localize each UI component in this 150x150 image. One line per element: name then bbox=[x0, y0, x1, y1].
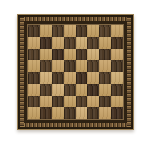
border-inlay-left bbox=[20, 17, 24, 127]
square-b3[interactable] bbox=[40, 84, 52, 96]
square-c4[interactable] bbox=[52, 72, 64, 84]
square-h2[interactable] bbox=[111, 96, 123, 108]
square-c2[interactable] bbox=[52, 96, 64, 108]
square-g7[interactable] bbox=[99, 37, 111, 49]
chess-board[interactable] bbox=[17, 14, 134, 130]
square-h1[interactable] bbox=[111, 107, 123, 119]
square-a5[interactable] bbox=[28, 60, 40, 72]
square-e1[interactable] bbox=[76, 107, 88, 119]
square-c7[interactable] bbox=[52, 37, 64, 49]
square-b7[interactable] bbox=[40, 37, 52, 49]
square-g4[interactable] bbox=[99, 72, 111, 84]
square-h5[interactable] bbox=[111, 60, 123, 72]
square-f8[interactable] bbox=[87, 25, 99, 37]
square-g2[interactable] bbox=[99, 96, 111, 108]
square-e2[interactable] bbox=[76, 96, 88, 108]
square-a6[interactable] bbox=[28, 49, 40, 61]
square-g6[interactable] bbox=[99, 49, 111, 61]
square-b5[interactable] bbox=[40, 60, 52, 72]
square-c1[interactable] bbox=[52, 107, 64, 119]
border-inlay-bottom bbox=[20, 123, 131, 127]
square-g8[interactable] bbox=[99, 25, 111, 37]
square-f6[interactable] bbox=[87, 49, 99, 61]
square-f1[interactable] bbox=[87, 107, 99, 119]
photo-background bbox=[0, 0, 150, 150]
board-squares[interactable] bbox=[27, 24, 124, 120]
square-b2[interactable] bbox=[40, 96, 52, 108]
square-h4[interactable] bbox=[111, 72, 123, 84]
square-f5[interactable] bbox=[87, 60, 99, 72]
square-d1[interactable] bbox=[64, 107, 76, 119]
border-inlay-top bbox=[20, 17, 131, 21]
square-f2[interactable] bbox=[87, 96, 99, 108]
square-c8[interactable] bbox=[52, 25, 64, 37]
square-g3[interactable] bbox=[99, 84, 111, 96]
square-f7[interactable] bbox=[87, 37, 99, 49]
square-c3[interactable] bbox=[52, 84, 64, 96]
square-b4[interactable] bbox=[40, 72, 52, 84]
square-c6[interactable] bbox=[52, 49, 64, 61]
square-c5[interactable] bbox=[52, 60, 64, 72]
square-b1[interactable] bbox=[40, 107, 52, 119]
square-e4[interactable] bbox=[76, 72, 88, 84]
square-d2[interactable] bbox=[64, 96, 76, 108]
square-b8[interactable] bbox=[40, 25, 52, 37]
square-a8[interactable] bbox=[28, 25, 40, 37]
square-a3[interactable] bbox=[28, 84, 40, 96]
square-e6[interactable] bbox=[76, 49, 88, 61]
square-g5[interactable] bbox=[99, 60, 111, 72]
square-f3[interactable] bbox=[87, 84, 99, 96]
square-d5[interactable] bbox=[64, 60, 76, 72]
square-d8[interactable] bbox=[64, 25, 76, 37]
square-h7[interactable] bbox=[111, 37, 123, 49]
square-d3[interactable] bbox=[64, 84, 76, 96]
square-e7[interactable] bbox=[76, 37, 88, 49]
square-h8[interactable] bbox=[111, 25, 123, 37]
square-g1[interactable] bbox=[99, 107, 111, 119]
square-a1[interactable] bbox=[28, 107, 40, 119]
square-h6[interactable] bbox=[111, 49, 123, 61]
square-a2[interactable] bbox=[28, 96, 40, 108]
square-e8[interactable] bbox=[76, 25, 88, 37]
square-e5[interactable] bbox=[76, 60, 88, 72]
square-d6[interactable] bbox=[64, 49, 76, 61]
square-h3[interactable] bbox=[111, 84, 123, 96]
square-d4[interactable] bbox=[64, 72, 76, 84]
border-inlay-right bbox=[127, 17, 131, 127]
square-a7[interactable] bbox=[28, 37, 40, 49]
square-e3[interactable] bbox=[76, 84, 88, 96]
square-a4[interactable] bbox=[28, 72, 40, 84]
square-d7[interactable] bbox=[64, 37, 76, 49]
square-b6[interactable] bbox=[40, 49, 52, 61]
square-f4[interactable] bbox=[87, 72, 99, 84]
